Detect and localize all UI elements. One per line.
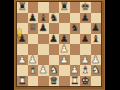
board-grid: ♜♜♚♟♝♞♟♛♟♞♟♟♟♟♟♝♟♟♟♟♟♟♝♟♞♟♝♞♜♛♜♚ [17, 2, 101, 86]
video-frame: { "game": "chess", "board_style": "brown… [0, 0, 120, 90]
square-h8[interactable] [91, 2, 102, 13]
piece-white-pawn: ♟ [60, 55, 69, 66]
piece-black-pawn: ♟ [91, 23, 100, 34]
piece-black-rook: ♜ [60, 2, 69, 13]
square-b4[interactable] [28, 44, 39, 55]
letterbox-right [105, 0, 120, 90]
square-c2[interactable]: ♟ [38, 65, 49, 76]
piece-white-king: ♚ [81, 76, 90, 87]
piece-black-pawn: ♟ [81, 34, 90, 45]
square-c5[interactable] [38, 34, 49, 45]
square-a3[interactable]: ♟ [17, 55, 28, 66]
square-f1[interactable]: ♜ [70, 76, 81, 87]
chess-board: ♜♜♚♟♝♞♟♛♟♞♟♟♟♟♟♝♟♟♟♟♟♟♝♟♞♟♝♞♜♛♜♚ [14, 0, 105, 90]
square-f8[interactable] [70, 2, 81, 13]
square-h4[interactable] [91, 44, 102, 55]
square-c7[interactable]: ♝ [38, 13, 49, 24]
square-g4[interactable] [80, 44, 91, 55]
piece-white-knight: ♞ [49, 65, 58, 76]
piece-black-bishop: ♝ [39, 13, 48, 24]
gold-highlight-marker [18, 29, 21, 37]
square-a4[interactable] [17, 44, 28, 55]
square-d4[interactable] [49, 44, 60, 55]
piece-white-pawn: ♟ [81, 55, 90, 66]
piece-black-knight: ♞ [49, 13, 58, 24]
piece-white-queen: ♛ [49, 76, 58, 87]
square-g2[interactable]: ♝ [80, 65, 91, 76]
square-h2[interactable]: ♞ [91, 65, 102, 76]
piece-black-queen: ♛ [28, 23, 37, 34]
square-e2[interactable] [59, 65, 70, 76]
piece-white-pawn: ♟ [18, 55, 27, 66]
piece-white-rook: ♜ [70, 76, 79, 87]
piece-white-knight: ♞ [91, 65, 100, 76]
square-b5[interactable] [28, 34, 39, 45]
square-a7[interactable] [17, 13, 28, 24]
square-e4[interactable]: ♟ [59, 44, 70, 55]
square-h7[interactable] [91, 13, 102, 24]
square-e6[interactable] [59, 23, 70, 34]
square-e8[interactable]: ♜ [59, 2, 70, 13]
piece-black-pawn: ♟ [60, 34, 69, 45]
square-c1[interactable] [38, 76, 49, 87]
piece-black-pawn: ♟ [39, 23, 48, 34]
square-a2[interactable] [17, 65, 28, 76]
square-g8[interactable]: ♚ [80, 2, 91, 13]
square-e1[interactable] [59, 76, 70, 87]
square-a8[interactable]: ♜ [17, 2, 28, 13]
square-c8[interactable] [38, 2, 49, 13]
square-d7[interactable]: ♞ [49, 13, 60, 24]
square-d5[interactable]: ♟ [49, 34, 60, 45]
piece-black-king: ♚ [81, 2, 90, 13]
square-g6[interactable] [80, 23, 91, 34]
square-f3[interactable] [70, 55, 81, 66]
square-b7[interactable]: ♟ [28, 13, 39, 24]
square-h6[interactable]: ♟ [91, 23, 102, 34]
square-f7[interactable] [70, 13, 81, 24]
square-c3[interactable] [38, 55, 49, 66]
square-e3[interactable]: ♟ [59, 55, 70, 66]
piece-black-pawn: ♟ [49, 34, 58, 45]
piece-black-rook: ♜ [18, 2, 27, 13]
square-g3[interactable]: ♟ [80, 55, 91, 66]
piece-white-pawn: ♟ [39, 65, 48, 76]
piece-white-pawn: ♟ [60, 44, 69, 55]
square-f2[interactable]: ♟ [70, 65, 81, 76]
square-b1[interactable] [28, 76, 39, 87]
piece-white-pawn: ♟ [70, 65, 79, 76]
square-g1[interactable]: ♚ [80, 76, 91, 87]
square-g5[interactable]: ♟ [80, 34, 91, 45]
square-b8[interactable] [28, 2, 39, 13]
square-h1[interactable] [91, 76, 102, 87]
piece-white-pawn: ♟ [91, 55, 100, 66]
square-c6[interactable]: ♟ [38, 23, 49, 34]
square-d8[interactable] [49, 2, 60, 13]
letterbox-left [0, 0, 14, 90]
piece-black-bishop: ♝ [91, 34, 100, 45]
piece-white-bishop: ♝ [28, 65, 37, 76]
square-e5[interactable]: ♟ [59, 34, 70, 45]
piece-black-knight: ♞ [70, 23, 79, 34]
square-h5[interactable]: ♝ [91, 34, 102, 45]
square-d3[interactable] [49, 55, 60, 66]
square-c4[interactable] [38, 44, 49, 55]
square-f5[interactable] [70, 34, 81, 45]
square-h3[interactable]: ♟ [91, 55, 102, 66]
square-e7[interactable] [59, 13, 70, 24]
square-b2[interactable]: ♝ [28, 65, 39, 76]
square-d6[interactable] [49, 23, 60, 34]
square-b6[interactable]: ♛ [28, 23, 39, 34]
piece-black-pawn: ♟ [28, 13, 37, 24]
square-a1[interactable]: ♜ [17, 76, 28, 87]
piece-white-pawn: ♟ [28, 55, 37, 66]
square-d2[interactable]: ♞ [49, 65, 60, 76]
square-g7[interactable]: ♟ [80, 13, 91, 24]
piece-white-rook: ♜ [18, 76, 27, 87]
piece-black-pawn: ♟ [81, 13, 90, 24]
square-f6[interactable]: ♞ [70, 23, 81, 34]
square-b3[interactable]: ♟ [28, 55, 39, 66]
piece-white-bishop: ♝ [81, 65, 90, 76]
square-f4[interactable] [70, 44, 81, 55]
square-d1[interactable]: ♛ [49, 76, 60, 87]
